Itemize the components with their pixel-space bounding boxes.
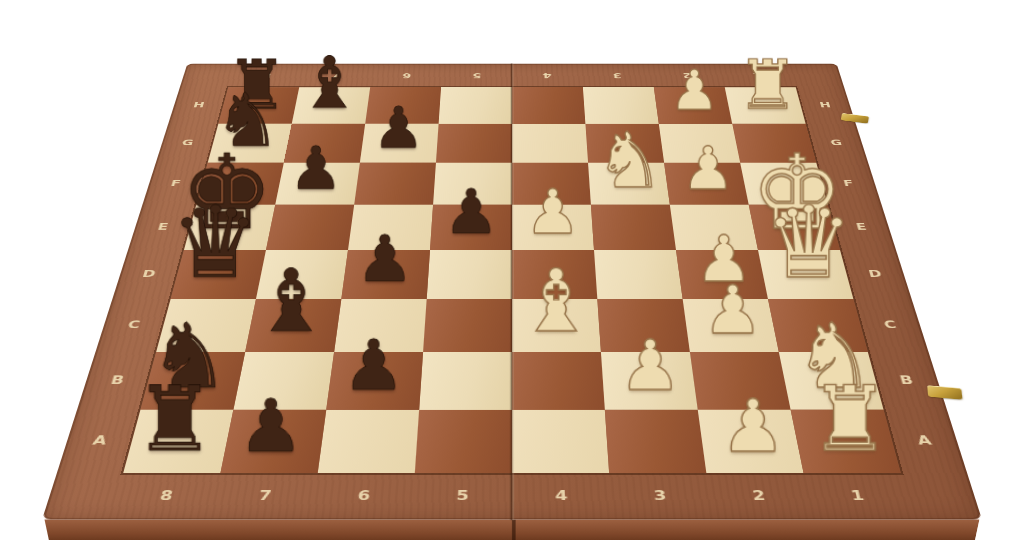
piece-white-rook-a1[interactable]: ♜ [809,377,889,462]
rank-label-6: 6 [370,64,443,87]
square-f7[interactable]: ♟ [275,163,360,205]
square-g6[interactable]: ♟ [360,124,439,163]
square-a5[interactable] [415,410,512,473]
rank-label-5: 5 [441,64,512,87]
square-e3[interactable] [591,205,676,250]
square-a4[interactable] [512,410,609,473]
piece-black-pawn-b6[interactable]: ♟ [342,333,404,399]
piece-white-bishop-c4[interactable]: ♝ [518,261,595,343]
square-a2[interactable]: ♟ [698,410,804,473]
piece-black-pawn-f7[interactable]: ♟ [289,141,342,197]
square-c2[interactable]: ♟ [683,299,779,352]
piece-black-bishop-c7[interactable]: ♝ [253,261,330,343]
piece-white-pawn-e4[interactable]: ♟ [525,184,580,243]
piece-white-pawn-f2[interactable]: ♟ [681,141,734,197]
square-f6[interactable] [354,163,436,205]
piece-black-pawn-g6[interactable]: ♟ [373,102,424,156]
square-h7[interactable]: ♝ [292,87,370,123]
square-h2[interactable]: ♟ [654,87,732,123]
piece-black-pawn-d6[interactable]: ♟ [356,229,413,290]
square-g4[interactable] [512,124,588,163]
piece-white-queen-d1[interactable]: ♛ [764,196,853,290]
square-c7[interactable]: ♝ [245,299,341,352]
rank-label-4: 4 [512,64,583,87]
piece-white-pawn-b3[interactable]: ♟ [619,333,681,399]
square-h4[interactable] [512,87,585,123]
square-a3[interactable] [605,410,706,473]
piece-black-queen-d8[interactable]: ♛ [171,196,260,290]
square-d3[interactable] [594,250,683,299]
piece-black-pawn-a7[interactable]: ♟ [238,393,303,462]
piece-black-bishop-h7[interactable]: ♝ [298,50,362,118]
square-a6[interactable] [318,410,419,473]
chess-set-product-photo: HGFEDCBA HGFEDCBA 87654321 87654321 ♜♝♟♜… [0,0,1024,540]
piece-white-rook-h1[interactable]: ♜ [737,53,798,117]
piece-white-knight-f3[interactable]: ♞ [595,125,664,198]
square-a1[interactable]: ♜ [791,410,901,473]
square-g5[interactable] [436,124,512,163]
square-c4[interactable]: ♝ [512,299,601,352]
square-c5[interactable] [423,299,512,352]
piece-white-pawn-h2[interactable]: ♟ [670,65,719,117]
square-e4[interactable]: ♟ [512,205,594,250]
square-f2[interactable]: ♟ [664,163,749,205]
square-d1[interactable]: ♛ [758,250,853,299]
square-a7[interactable]: ♟ [220,410,326,473]
square-e5[interactable]: ♟ [430,205,512,250]
square-h5[interactable] [439,87,512,123]
square-d6[interactable]: ♟ [341,250,430,299]
piece-white-pawn-c2[interactable]: ♟ [703,279,763,342]
square-d5[interactable] [427,250,512,299]
board-front-edge [45,520,980,540]
square-a8[interactable]: ♜ [123,410,233,473]
square-f3[interactable]: ♞ [588,163,670,205]
square-h1[interactable]: ♜ [725,87,806,123]
piece-white-pawn-a2[interactable]: ♟ [720,393,785,462]
square-e7[interactable] [266,205,354,250]
piece-black-pawn-e5[interactable]: ♟ [444,184,499,243]
rank-label-3: 3 [581,64,654,87]
piece-black-rook-a8[interactable]: ♜ [134,377,214,462]
chess-board: HGFEDCBA HGFEDCBA 87654321 87654321 ♜♝♟♜… [42,64,982,520]
